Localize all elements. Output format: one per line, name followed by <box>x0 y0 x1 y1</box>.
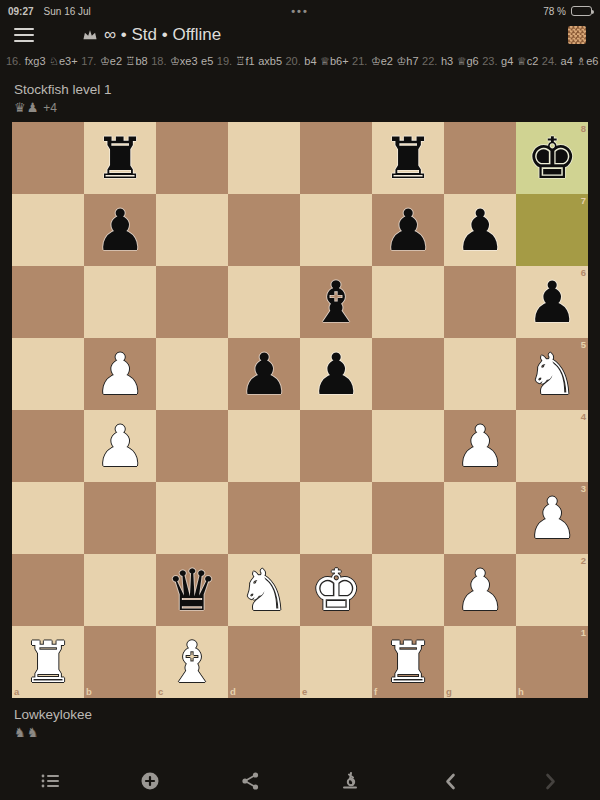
file-label-d: d <box>230 687 236 697</box>
square-d1[interactable]: d <box>228 626 300 698</box>
chess-board[interactable]: ♜♜8♚♟♟♟7♝6♟♟♟♟5♞♟♟43♟♛♞♚♟2a♜bc♝def♜g1h <box>12 122 588 698</box>
square-c5[interactable] <box>156 338 228 410</box>
black-rook[interactable]: ♜ <box>84 122 156 194</box>
move[interactable]: h3 <box>441 55 453 67</box>
white-pawn[interactable]: ♟ <box>516 482 588 554</box>
app-bar: ∞ • Std • Offline <box>0 20 600 50</box>
white-rook[interactable]: ♜ <box>372 626 444 698</box>
square-c6[interactable] <box>156 266 228 338</box>
square-c8[interactable] <box>156 122 228 194</box>
file-label-b: b <box>86 687 92 697</box>
move[interactable]: axb5 <box>258 55 282 67</box>
move-number: 18. <box>151 55 166 67</box>
bottom-toolbar <box>0 762 600 800</box>
move[interactable]: ♔e2 <box>371 55 393 67</box>
black-rook[interactable]: ♜ <box>372 122 444 194</box>
move-number: 16. <box>6 55 21 67</box>
square-b7[interactable]: ♟ <box>84 194 156 266</box>
battery-percent: 78 % <box>543 6 566 17</box>
status-bar: 09:27 Sun 16 Jul ••• 78 % <box>0 0 600 20</box>
square-a1[interactable]: a♜ <box>12 626 84 698</box>
square-b2[interactable] <box>84 554 156 626</box>
captured-piece: ♟ <box>27 100 39 115</box>
rank-label-7: 7 <box>581 196 586 206</box>
square-f1[interactable]: f♜ <box>372 626 444 698</box>
clock-time: 09:27 <box>8 6 34 17</box>
square-d6[interactable] <box>228 266 300 338</box>
move[interactable]: ♗e6 <box>576 55 598 67</box>
square-f3[interactable] <box>372 482 444 554</box>
file-label-g: g <box>446 687 452 697</box>
captured-piece: ♞ <box>14 725 26 740</box>
analysis-button[interactable] <box>300 762 400 800</box>
player-bottom-name: Lowkeylokee <box>14 707 600 722</box>
square-e4[interactable] <box>300 410 372 482</box>
square-g2[interactable]: ♟ <box>444 554 516 626</box>
square-g7[interactable]: ♟ <box>444 194 516 266</box>
rank-label-4: 4 <box>581 412 586 422</box>
square-h6[interactable]: 6♟ <box>516 266 588 338</box>
square-c2[interactable]: ♛ <box>156 554 228 626</box>
white-pawn[interactable]: ♟ <box>444 554 516 626</box>
hamburger-menu-icon[interactable] <box>14 24 34 47</box>
square-a2[interactable] <box>12 554 84 626</box>
move[interactable]: a4 <box>561 55 573 67</box>
black-pawn[interactable]: ♟ <box>516 266 588 338</box>
square-d2[interactable]: ♞ <box>228 554 300 626</box>
square-g6[interactable] <box>444 266 516 338</box>
multitask-dots-icon[interactable]: ••• <box>291 5 309 17</box>
game-mode-title: ∞ • Std • Offline <box>104 25 221 45</box>
square-e7[interactable] <box>300 194 372 266</box>
move[interactable]: ♕g6 <box>457 55 479 67</box>
move[interactable]: b4 <box>304 55 316 67</box>
square-d7[interactable] <box>228 194 300 266</box>
square-d4[interactable] <box>228 410 300 482</box>
move-number: 20. <box>286 55 301 67</box>
square-a4[interactable] <box>12 410 84 482</box>
square-a7[interactable] <box>12 194 84 266</box>
white-pawn[interactable]: ♟ <box>84 338 156 410</box>
move[interactable]: ♘e3+ <box>49 55 78 67</box>
square-g3[interactable] <box>444 482 516 554</box>
mini-board-icon[interactable] <box>568 26 586 44</box>
move[interactable]: ♔h7 <box>396 55 418 67</box>
captured-piece: ♛ <box>14 100 26 115</box>
square-c1[interactable]: c♝ <box>156 626 228 698</box>
move[interactable]: ♖f1 <box>236 55 255 67</box>
forward-button[interactable] <box>500 762 600 800</box>
square-f2[interactable] <box>372 554 444 626</box>
square-f8[interactable]: ♜ <box>372 122 444 194</box>
move[interactable]: e5 <box>201 55 213 67</box>
file-label-h: h <box>518 687 524 697</box>
square-d3[interactable] <box>228 482 300 554</box>
black-bishop[interactable]: ♝ <box>300 266 372 338</box>
move[interactable]: ♕c2 <box>517 55 538 67</box>
square-b5[interactable]: ♟ <box>84 338 156 410</box>
square-h2[interactable]: 2 <box>516 554 588 626</box>
move[interactable]: ♖b8 <box>126 55 148 67</box>
square-a3[interactable] <box>12 482 84 554</box>
white-knight[interactable]: ♞ <box>516 338 588 410</box>
black-pawn[interactable]: ♟ <box>300 338 372 410</box>
square-e6[interactable]: ♝ <box>300 266 372 338</box>
square-e8[interactable] <box>300 122 372 194</box>
move[interactable]: fxg3 <box>25 55 46 67</box>
player-top-captured: ♛♟+4 <box>14 100 600 115</box>
white-pawn[interactable]: ♟ <box>84 410 156 482</box>
back-button[interactable] <box>400 762 500 800</box>
square-d5[interactable]: ♟ <box>228 338 300 410</box>
square-g1[interactable]: g <box>444 626 516 698</box>
square-b4[interactable]: ♟ <box>84 410 156 482</box>
square-e5[interactable]: ♟ <box>300 338 372 410</box>
square-g4[interactable]: ♟ <box>444 410 516 482</box>
white-bishop[interactable]: ♝ <box>156 626 228 698</box>
white-knight[interactable]: ♞ <box>228 554 300 626</box>
square-b6[interactable] <box>84 266 156 338</box>
square-a6[interactable] <box>12 266 84 338</box>
square-g8[interactable] <box>444 122 516 194</box>
square-f7[interactable]: ♟ <box>372 194 444 266</box>
square-a5[interactable] <box>12 338 84 410</box>
player-top: Stockfish level 1 ♛♟+4 <box>0 72 600 115</box>
captured-piece: ♞ <box>27 725 39 740</box>
square-f5[interactable] <box>372 338 444 410</box>
white-pawn[interactable]: ♟ <box>444 410 516 482</box>
move[interactable]: g4 <box>501 55 513 67</box>
file-label-e: e <box>302 687 307 697</box>
move[interactable]: ♔xe3 <box>170 55 198 67</box>
square-b3[interactable] <box>84 482 156 554</box>
square-e1[interactable]: e <box>300 626 372 698</box>
square-h3[interactable]: 3♟ <box>516 482 588 554</box>
square-f4[interactable] <box>372 410 444 482</box>
move-number: 21. <box>352 55 367 67</box>
crown-icon <box>82 28 98 42</box>
move-list[interactable]: 16.fxg3♘e3+17.♔e2♖b818.♔xe3e519.♖f1axb52… <box>0 50 600 72</box>
square-h4[interactable]: 4 <box>516 410 588 482</box>
share-button[interactable] <box>200 762 300 800</box>
rank-label-1: 1 <box>581 628 586 638</box>
square-h5[interactable]: 5♞ <box>516 338 588 410</box>
move-number: 23. <box>482 55 497 67</box>
move-number: 17. <box>81 55 96 67</box>
moves-list-button[interactable] <box>0 762 100 800</box>
white-rook[interactable]: ♜ <box>12 626 84 698</box>
black-pawn[interactable]: ♟ <box>84 194 156 266</box>
black-pawn[interactable]: ♟ <box>228 338 300 410</box>
square-h1[interactable]: 1h <box>516 626 588 698</box>
black-pawn[interactable]: ♟ <box>444 194 516 266</box>
black-queen[interactable]: ♛ <box>156 554 228 626</box>
square-b1[interactable]: b <box>84 626 156 698</box>
move-number: 24. <box>542 55 557 67</box>
square-e2[interactable]: ♚ <box>300 554 372 626</box>
square-g5[interactable] <box>444 338 516 410</box>
white-king[interactable]: ♚ <box>300 554 372 626</box>
rank-label-2: 2 <box>581 556 586 566</box>
move[interactable]: ♔e2 <box>100 55 122 67</box>
square-c3[interactable] <box>156 482 228 554</box>
material-score: +4 <box>43 101 57 115</box>
move-number: 19. <box>217 55 232 67</box>
square-e3[interactable] <box>300 482 372 554</box>
move[interactable]: ♕b6+ <box>320 55 349 67</box>
square-c4[interactable] <box>156 410 228 482</box>
player-top-name: Stockfish level 1 <box>14 82 600 97</box>
square-a8[interactable] <box>12 122 84 194</box>
battery-icon <box>571 6 592 16</box>
square-d8[interactable] <box>228 122 300 194</box>
square-f6[interactable] <box>372 266 444 338</box>
player-bottom: Lowkeylokee ♞♞ <box>0 698 600 740</box>
black-pawn[interactable]: ♟ <box>372 194 444 266</box>
square-b8[interactable]: ♜ <box>84 122 156 194</box>
new-opponent-button[interactable] <box>100 762 200 800</box>
status-date: Sun 16 Jul <box>44 6 91 17</box>
square-c7[interactable] <box>156 194 228 266</box>
square-h7[interactable]: 7 <box>516 194 588 266</box>
black-king[interactable]: ♚ <box>516 122 588 194</box>
player-bottom-captured: ♞♞ <box>14 725 600 740</box>
move-number: 22. <box>422 55 437 67</box>
square-h8[interactable]: 8♚ <box>516 122 588 194</box>
